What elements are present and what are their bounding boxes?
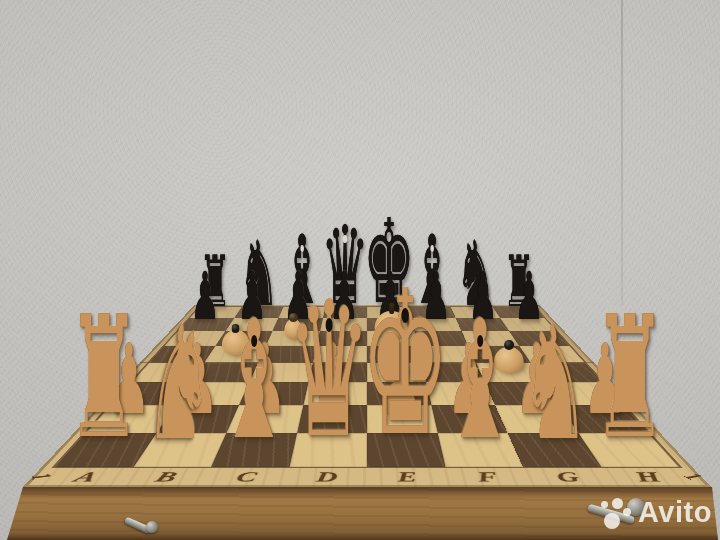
square-h4 bbox=[530, 363, 602, 383]
box-latch-left bbox=[124, 513, 164, 539]
square-c3 bbox=[239, 382, 308, 405]
square-f4 bbox=[421, 363, 484, 383]
square-e7 bbox=[367, 318, 414, 331]
square-b8 bbox=[234, 307, 283, 318]
square-d7 bbox=[320, 318, 367, 331]
square-e8 bbox=[367, 307, 411, 318]
avito-logo-dot bbox=[601, 501, 608, 508]
file-label-b: B bbox=[121, 469, 210, 485]
square-f6 bbox=[414, 331, 468, 346]
square-e6 bbox=[367, 331, 418, 346]
file-labels-row: ABCDEFGH bbox=[37, 467, 697, 487]
square-e4 bbox=[367, 363, 426, 383]
square-d5 bbox=[313, 346, 367, 363]
square-b6 bbox=[215, 331, 272, 346]
square-f3 bbox=[426, 382, 495, 405]
square-c5 bbox=[258, 346, 316, 363]
file-label-e: E bbox=[367, 469, 449, 485]
square-h8 bbox=[492, 307, 544, 318]
square-d8 bbox=[323, 307, 367, 318]
square-d3 bbox=[303, 382, 367, 405]
square-d4 bbox=[308, 363, 367, 383]
file-label-d: D bbox=[285, 469, 367, 485]
square-c7 bbox=[273, 318, 323, 331]
square-e5 bbox=[367, 346, 421, 363]
square-e1 bbox=[367, 433, 445, 467]
square-d1 bbox=[289, 433, 367, 467]
avito-logo-dot bbox=[623, 508, 631, 516]
square-h5 bbox=[519, 346, 585, 363]
square-b5 bbox=[204, 346, 266, 363]
listing-photo: ABCDEFGH 1 1 ♜♞♝♛♚♝♞♜♟♟♟♟♟♟♟♟♟♟♟♟♟♟♟♟♜♞♝… bbox=[0, 0, 720, 540]
file-label-f: F bbox=[445, 469, 531, 485]
square-h6 bbox=[509, 331, 570, 346]
square-b4 bbox=[191, 363, 259, 383]
square-d2 bbox=[297, 405, 367, 433]
avito-watermark: Avito bbox=[598, 492, 718, 534]
square-c4 bbox=[249, 363, 312, 383]
square-c6 bbox=[266, 331, 320, 346]
avito-logo-dot bbox=[604, 513, 620, 529]
square-h7 bbox=[500, 318, 556, 331]
square-b7 bbox=[225, 318, 278, 331]
board-fold-seam bbox=[139, 362, 594, 363]
file-label-c: C bbox=[203, 469, 289, 485]
latch-plate bbox=[146, 521, 158, 533]
file-label-g: G bbox=[524, 469, 613, 485]
square-e3 bbox=[367, 382, 431, 405]
square-f8 bbox=[409, 307, 456, 318]
avito-logo-dot bbox=[612, 498, 623, 509]
avito-watermark-text: Avito bbox=[638, 496, 712, 529]
wallpaper-seam bbox=[621, 0, 623, 305]
square-c1 bbox=[211, 433, 297, 467]
square-f5 bbox=[418, 346, 476, 363]
square-d6 bbox=[316, 331, 367, 346]
square-e2 bbox=[367, 405, 437, 433]
square-c8 bbox=[278, 307, 325, 318]
square-c2 bbox=[226, 405, 303, 433]
square-f7 bbox=[411, 318, 461, 331]
